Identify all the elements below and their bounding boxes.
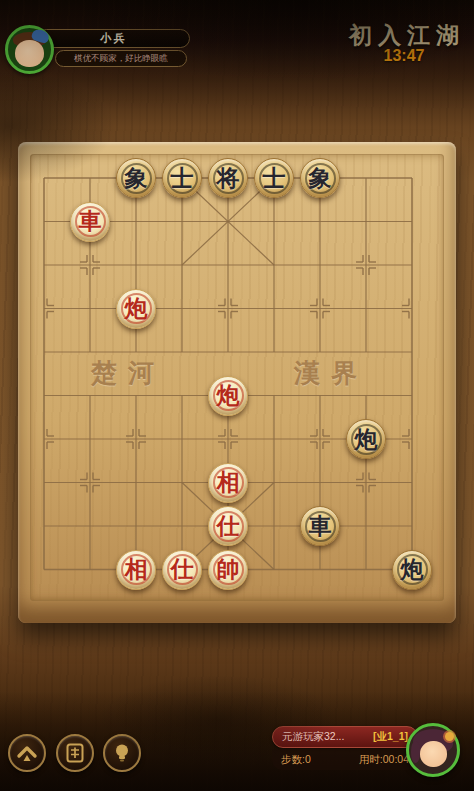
top-player-avatar[interactable] bbox=[5, 25, 54, 74]
piece-red-advisor[interactable]: 仕 bbox=[208, 506, 248, 546]
piece-glyph: 仕 bbox=[171, 558, 194, 581]
avatar-flower bbox=[445, 732, 454, 741]
avatar-face bbox=[15, 40, 44, 67]
record-button[interactable] bbox=[56, 734, 94, 772]
piece-glyph: 将 bbox=[217, 167, 240, 190]
bottom-player-stats: 步数:0 用时:00:04 bbox=[272, 749, 418, 770]
piece-glyph: 炮 bbox=[125, 297, 148, 320]
piece-glyph: 帥 bbox=[217, 558, 240, 581]
piece-black-elephant[interactable]: 象 bbox=[116, 158, 156, 198]
piece-red-cannon[interactable]: 炮 bbox=[116, 289, 156, 329]
bottom-player-name-pill: 元游玩家32... [业1_1] bbox=[272, 726, 418, 748]
piece-black-cannon[interactable]: 炮 bbox=[392, 550, 432, 590]
piece-red-cannon[interactable]: 炮 bbox=[208, 376, 248, 416]
avatar-face bbox=[420, 741, 447, 767]
piece-black-rook[interactable]: 車 bbox=[300, 506, 340, 546]
game-screen: 小兵 棋优不顾家，好比睁眼瞧 初入江湖 13:47 楚河 漢界 象士将士象車炮炮… bbox=[0, 0, 474, 791]
bottom-player-panel: 元游玩家32... [业1_1] 步数:0 用时:00:04 bbox=[272, 726, 418, 770]
bottom-player-name: 元游玩家32... bbox=[282, 730, 344, 744]
piece-glyph: 相 bbox=[125, 558, 148, 581]
piece-black-elephant[interactable]: 象 bbox=[300, 158, 340, 198]
board-record-icon bbox=[63, 741, 87, 765]
piece-glyph: 車 bbox=[309, 515, 332, 538]
bottom-player-tag: [业1_1] bbox=[373, 730, 408, 744]
piece-glyph: 仕 bbox=[217, 515, 240, 538]
piece-black-king[interactable]: 将 bbox=[208, 158, 248, 198]
piece-black-advisor[interactable]: 士 bbox=[162, 158, 202, 198]
piece-red-advisor[interactable]: 仕 bbox=[162, 550, 202, 590]
piece-black-advisor[interactable]: 士 bbox=[254, 158, 294, 198]
piece-black-cannon[interactable]: 炮 bbox=[346, 419, 386, 459]
piece-red-king[interactable]: 帥 bbox=[208, 550, 248, 590]
bottom-player-avatar[interactable] bbox=[406, 723, 460, 777]
piece-glyph: 士 bbox=[171, 167, 194, 190]
piece-red-elephant[interactable]: 相 bbox=[208, 463, 248, 503]
piece-glyph: 象 bbox=[125, 167, 148, 190]
hint-button[interactable] bbox=[103, 734, 141, 772]
piece-glyph: 炮 bbox=[217, 384, 240, 407]
piece-glyph: 相 bbox=[217, 471, 240, 494]
piece-glyph: 車 bbox=[79, 210, 102, 233]
expand-menu-button[interactable] bbox=[8, 734, 46, 772]
top-player-name: 小兵 bbox=[37, 29, 190, 48]
move-count: 步数:0 bbox=[281, 753, 311, 767]
piece-glyph: 士 bbox=[263, 167, 286, 190]
piece-red-rook[interactable]: 車 bbox=[70, 202, 110, 242]
piece-glyph: 炮 bbox=[355, 428, 378, 451]
lightbulb-icon bbox=[110, 741, 134, 765]
piece-glyph: 炮 bbox=[401, 558, 424, 581]
xiangqi-board[interactable]: 楚河 漢界 象士将士象車炮炮炮相仕車相仕帥炮 bbox=[18, 142, 456, 623]
elapsed-time: 用时:00:04 bbox=[359, 753, 409, 767]
top-player-motto: 棋优不顾家，好比睁眼瞧 bbox=[55, 50, 187, 67]
piece-glyph: 象 bbox=[309, 167, 332, 190]
game-clock: 13:47 bbox=[362, 47, 446, 65]
piece-red-elephant[interactable]: 相 bbox=[116, 550, 156, 590]
chevron-up-icon bbox=[14, 740, 40, 766]
